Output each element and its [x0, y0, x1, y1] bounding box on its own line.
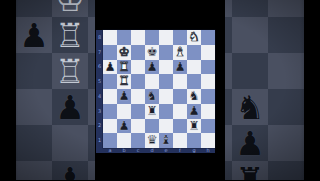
piece-black-rook-g2: ♜ [188, 120, 199, 133]
bg-square-b6: ♖ [52, 17, 88, 53]
square-e8[interactable] [159, 30, 173, 45]
piece-black-pawn-b2: ♟ [118, 120, 129, 133]
square-a2[interactable] [103, 119, 117, 134]
rank-label-5: 5 [96, 74, 103, 89]
square-f4[interactable] [173, 89, 187, 104]
square-e5[interactable] [159, 74, 173, 89]
file-label-a: a [103, 148, 117, 153]
square-h4[interactable] [201, 89, 215, 104]
square-e3[interactable] [159, 104, 173, 119]
rank-label-6: 6 [96, 60, 103, 75]
bg-piece-black-rook-g2: ♜ [235, 163, 265, 181]
bg-square-b3 [52, 125, 88, 161]
bg-square-h5 [268, 53, 304, 89]
rank-labels: 87654321 [96, 30, 103, 148]
square-b7[interactable]: ♚ [117, 45, 131, 60]
square-g5[interactable] [187, 74, 201, 89]
file-label-g: g [187, 148, 201, 153]
square-a6[interactable]: ♟ [103, 60, 117, 75]
bg-square-g5 [232, 53, 268, 89]
square-b2[interactable]: ♟ [117, 119, 131, 134]
bg-square-g2: ♜ [232, 161, 268, 180]
bg-piece-black-pawn-g3: ♟ [235, 127, 265, 160]
square-b8[interactable] [117, 30, 131, 45]
square-h7[interactable] [201, 45, 215, 60]
bg-square-a3 [16, 125, 52, 161]
bg-square-a2 [16, 161, 52, 180]
bg-square-a5 [16, 53, 52, 89]
bg-piece-black-pawn-b4: ♟ [55, 91, 85, 124]
square-d4[interactable]: ♞ [145, 89, 159, 104]
chess-board[interactable]: ♞♚♚♝♟♜♟♟♜♟♞♞♜♟♟♜♛♝ [103, 30, 215, 148]
square-e2[interactable] [159, 119, 173, 134]
rank-label-8: 8 [96, 30, 103, 45]
square-g8[interactable]: ♞ [187, 30, 201, 45]
bg-square-g7 [232, 0, 268, 17]
rank-label-2: 2 [96, 119, 103, 134]
file-label-f: f [173, 148, 187, 153]
rank-label-1: 1 [96, 133, 103, 148]
bg-square-h3 [268, 125, 304, 161]
square-e7[interactable] [159, 45, 173, 60]
square-e4[interactable] [159, 89, 173, 104]
square-e1[interactable]: ♝ [159, 133, 173, 148]
square-c5[interactable] [131, 74, 145, 89]
square-g7[interactable] [187, 45, 201, 60]
square-a3[interactable] [103, 104, 117, 119]
piece-black-knight-g4: ♞ [188, 90, 199, 103]
square-f1[interactable] [173, 133, 187, 148]
square-b5[interactable]: ♜ [117, 74, 131, 89]
square-g2[interactable]: ♜ [187, 119, 201, 134]
square-g3[interactable]: ♟ [187, 104, 201, 119]
bg-square-h2 [268, 161, 304, 180]
square-d5[interactable] [145, 74, 159, 89]
square-h6[interactable] [201, 60, 215, 75]
bg-square-b2: ♟ [52, 161, 88, 180]
square-b3[interactable] [117, 104, 131, 119]
bg-square-g4: ♞ [232, 89, 268, 125]
bg-piece-white-rook-b6: ♖ [55, 19, 85, 52]
bg-square-a7 [16, 0, 52, 17]
square-b4[interactable]: ♟ [117, 89, 131, 104]
bg-square-h4 [268, 89, 304, 125]
square-h5[interactable] [201, 74, 215, 89]
bg-square-b5: ♖ [52, 53, 88, 89]
square-c2[interactable] [131, 119, 145, 134]
file-strip-spacer [96, 148, 103, 153]
piece-white-king-b7: ♚ [118, 46, 129, 59]
piece-black-pawn-b4: ♟ [118, 90, 129, 103]
square-a5[interactable] [103, 74, 117, 89]
file-label-e: e [159, 148, 173, 153]
bg-piece-black-knight-g4: ♞ [235, 91, 265, 124]
square-b6[interactable]: ♜ [117, 60, 131, 75]
square-f6[interactable]: ♟ [173, 60, 187, 75]
piece-white-rook-b6: ♜ [118, 61, 129, 74]
square-c7[interactable] [131, 45, 145, 60]
square-d6[interactable]: ♟ [145, 60, 159, 75]
piece-white-knight-g8: ♞ [188, 31, 199, 44]
bg-square-b4: ♟ [52, 89, 88, 125]
piece-black-rook-d3: ♜ [146, 105, 157, 118]
square-g6[interactable] [187, 60, 201, 75]
square-a7[interactable] [103, 45, 117, 60]
rank-label-4: 4 [96, 89, 103, 104]
square-f5[interactable] [173, 74, 187, 89]
square-h3[interactable] [201, 104, 215, 119]
square-g1[interactable] [187, 133, 201, 148]
piece-white-rook-b5: ♜ [118, 75, 129, 88]
square-d3[interactable]: ♜ [145, 104, 159, 119]
bg-square-g6 [232, 17, 268, 53]
square-c6[interactable] [131, 60, 145, 75]
bg-square-h7 [268, 0, 304, 17]
file-label-h: h [201, 148, 215, 153]
piece-black-pawn-d6: ♟ [146, 61, 157, 74]
piece-black-pawn-a6: ♟ [104, 61, 115, 74]
bg-square-a6: ♟ [16, 17, 52, 53]
bg-square-h6 [268, 17, 304, 53]
square-d8[interactable] [145, 30, 159, 45]
bg-square-g3: ♟ [232, 125, 268, 161]
rank-label-7: 7 [96, 45, 103, 60]
square-f3[interactable] [173, 104, 187, 119]
square-c3[interactable] [131, 104, 145, 119]
square-d1[interactable]: ♛ [145, 133, 159, 148]
square-c4[interactable] [131, 89, 145, 104]
square-c8[interactable] [131, 30, 145, 45]
piece-white-bishop-f7: ♝ [174, 46, 185, 59]
bg-piece-black-pawn-a6: ♟ [19, 19, 49, 52]
square-d7[interactable]: ♚ [145, 45, 159, 60]
square-g4[interactable]: ♞ [187, 89, 201, 104]
piece-black-knight-d4: ♞ [146, 90, 157, 103]
piece-black-pawn-f6: ♟ [174, 61, 185, 74]
bg-square-b7: ♔ [52, 0, 88, 17]
rank-label-3: 3 [96, 104, 103, 119]
square-a1[interactable] [103, 133, 117, 148]
bg-square-a4 [16, 89, 52, 125]
square-h1[interactable] [201, 133, 215, 148]
video-frame: ♘♔♚♗♟♖♟♟♖♟♞♞♜♟♟♜♛♝ 87654321 abcdefgh ♞♚♚… [0, 0, 320, 180]
piece-black-bishop-e1: ♝ [160, 134, 171, 147]
square-f7[interactable]: ♝ [173, 45, 187, 60]
bg-piece-white-king-b7: ♔ [55, 0, 85, 16]
file-label-b: b [117, 148, 131, 153]
piece-black-queen-d1: ♛ [146, 134, 157, 147]
square-b1[interactable] [117, 133, 131, 148]
square-h8[interactable] [201, 30, 215, 45]
bg-piece-black-pawn-b2: ♟ [55, 163, 85, 181]
bg-piece-white-rook-b5: ♖ [55, 55, 85, 88]
file-label-d: d [145, 148, 159, 153]
piece-black-pawn-g3: ♟ [188, 105, 199, 118]
file-label-c: c [131, 148, 145, 153]
square-e6[interactable] [159, 60, 173, 75]
square-c1[interactable] [131, 133, 145, 148]
file-labels: abcdefgh [96, 148, 215, 153]
square-h2[interactable] [201, 119, 215, 134]
square-a4[interactable] [103, 89, 117, 104]
square-f2[interactable] [173, 119, 187, 134]
piece-black-king-d7: ♚ [146, 46, 157, 59]
square-d2[interactable] [145, 119, 159, 134]
square-f8[interactable] [173, 30, 187, 45]
square-a8[interactable] [103, 30, 117, 45]
